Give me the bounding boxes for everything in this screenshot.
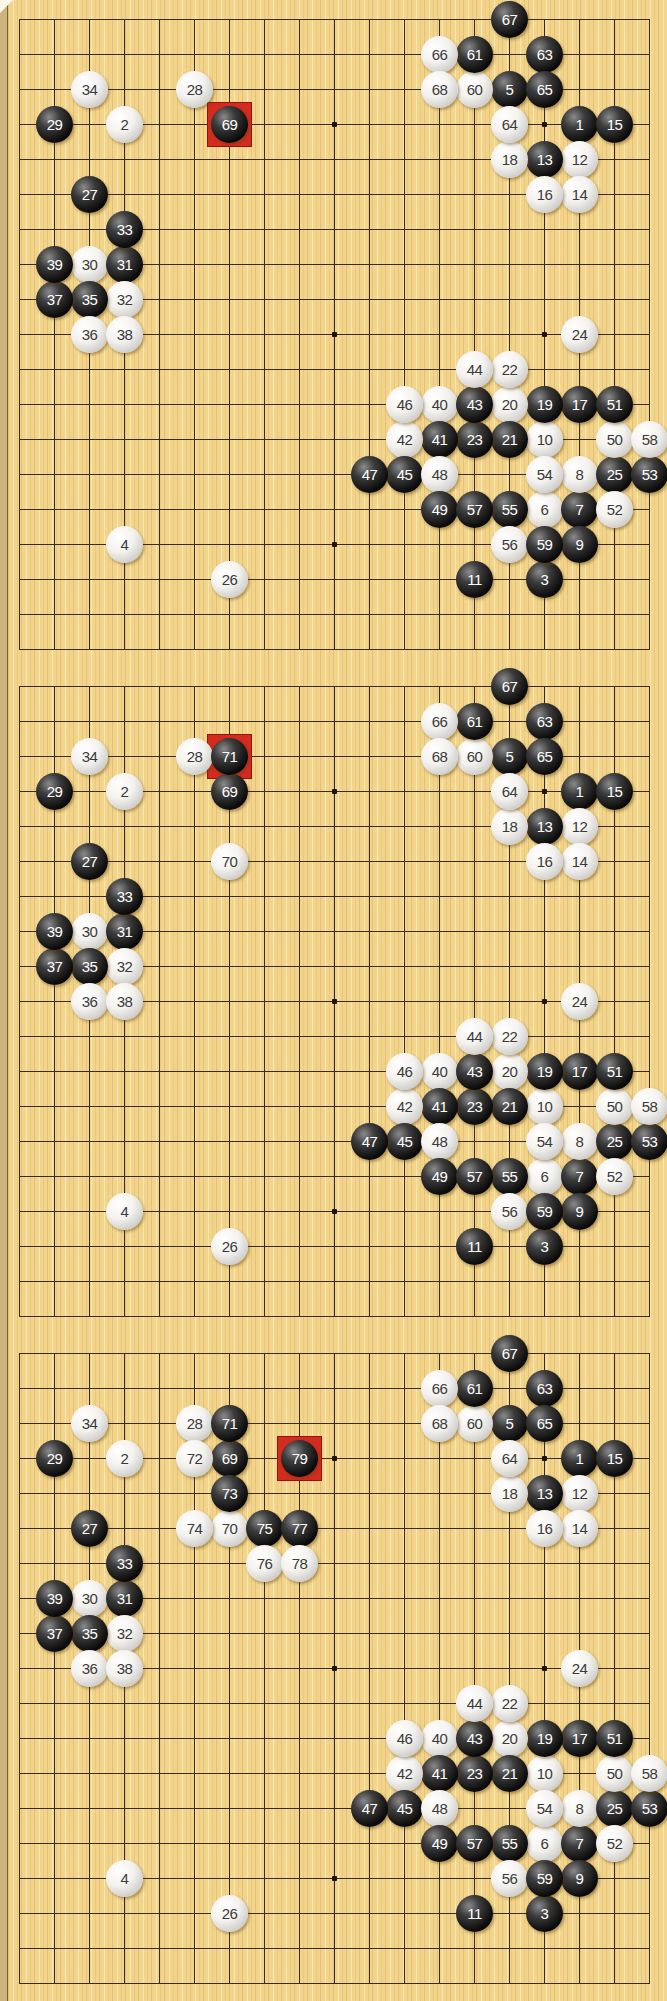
stone-black-53: 53 — [631, 456, 667, 493]
stone-black-33: 33 — [106, 211, 143, 248]
stone-black-39: 39 — [36, 246, 73, 283]
stone-number: 60 — [467, 82, 483, 97]
star-point — [332, 122, 337, 127]
stone-black-45: 45 — [386, 1790, 423, 1827]
stone-number: 36 — [82, 994, 98, 1009]
stone-number: 43 — [467, 397, 483, 412]
stone-number: 15 — [607, 784, 623, 799]
stone-black-65: 65 — [526, 738, 563, 775]
stone-white-26: 26 — [211, 1895, 248, 1932]
stone-number: 53 — [642, 1134, 658, 1149]
stone-number: 9 — [576, 1871, 584, 1886]
stone-black-17: 17 — [561, 1720, 598, 1757]
stone-black-43: 43 — [456, 1053, 493, 1090]
stone-white-30: 30 — [71, 913, 108, 950]
stone-white-68: 68 — [421, 1405, 458, 1442]
stone-number: 39 — [47, 924, 63, 939]
star-point — [542, 999, 547, 1004]
stone-black-31: 31 — [106, 246, 143, 283]
stone-number: 12 — [572, 819, 588, 834]
stone-black-61: 61 — [456, 36, 493, 73]
stone-number: 46 — [397, 397, 413, 412]
stone-number: 27 — [82, 854, 98, 869]
go-grid: 1234567891011121314151617181920212223242… — [2, 2, 667, 667]
stone-black-9: 9 — [561, 526, 598, 563]
stone-white-16: 16 — [526, 843, 563, 880]
stone-black-51: 51 — [596, 1053, 633, 1090]
stone-white-38: 38 — [106, 983, 143, 1020]
stone-number: 46 — [397, 1064, 413, 1079]
stone-number: 63 — [537, 1381, 553, 1396]
stone-white-6: 6 — [526, 491, 563, 528]
stone-white-52: 52 — [596, 1158, 633, 1195]
stone-number: 63 — [537, 714, 553, 729]
stone-black-55: 55 — [491, 1825, 528, 1862]
stone-black-61: 61 — [456, 703, 493, 740]
stone-number: 71 — [222, 1416, 238, 1431]
stone-white-60: 60 — [456, 738, 493, 775]
stone-white-22: 22 — [491, 1685, 528, 1722]
stone-white-42: 42 — [386, 421, 423, 458]
stone-number: 7 — [576, 502, 584, 517]
stone-white-4: 4 — [106, 1193, 143, 1230]
stone-number: 40 — [432, 397, 448, 412]
stone-number: 28 — [187, 749, 203, 764]
stone-number: 17 — [572, 397, 588, 412]
go-grid: 1234567891011121314151617181920212223242… — [2, 1336, 667, 2001]
stone-white-56: 56 — [491, 1860, 528, 1897]
stone-number: 72 — [187, 1451, 203, 1466]
stone-number: 13 — [537, 152, 553, 167]
star-point — [542, 332, 547, 337]
stone-number: 37 — [47, 292, 63, 307]
stone-black-25: 25 — [596, 456, 633, 493]
stone-black-41: 41 — [421, 1088, 458, 1125]
stone-black-57: 57 — [456, 491, 493, 528]
stone-number: 3 — [541, 572, 549, 587]
stone-white-4: 4 — [106, 1860, 143, 1897]
stone-number: 14 — [572, 854, 588, 869]
stone-white-6: 6 — [526, 1825, 563, 1862]
stone-black-3: 3 — [526, 1895, 563, 1932]
stone-number: 47 — [362, 467, 378, 482]
stone-number: 69 — [222, 117, 238, 132]
star-point — [542, 789, 547, 794]
stone-number: 11 — [467, 1239, 482, 1254]
stone-black-43: 43 — [456, 386, 493, 423]
stone-black-9: 9 — [561, 1193, 598, 1230]
go-grid: 1234567891011121314151617181920212223242… — [2, 669, 667, 1334]
stone-white-64: 64 — [491, 1440, 528, 1477]
stone-white-10: 10 — [526, 1088, 563, 1125]
stone-white-64: 64 — [491, 773, 528, 810]
stone-number: 10 — [537, 432, 553, 447]
stone-number: 23 — [467, 1099, 483, 1114]
stone-number: 41 — [432, 1099, 448, 1114]
stone-black-21: 21 — [491, 1755, 528, 1792]
stone-number: 9 — [576, 1204, 584, 1219]
stone-white-2: 2 — [106, 106, 143, 143]
stone-number: 66 — [432, 47, 448, 62]
stone-white-50: 50 — [596, 421, 633, 458]
stone-white-66: 66 — [421, 36, 458, 73]
stone-number: 1 — [576, 1451, 584, 1466]
stone-white-68: 68 — [421, 738, 458, 775]
stone-number: 65 — [537, 82, 553, 97]
stone-number: 22 — [502, 362, 518, 377]
stone-white-56: 56 — [491, 1193, 528, 1230]
stone-number: 20 — [502, 1064, 518, 1079]
stone-white-78: 78 — [281, 1545, 318, 1582]
stone-number: 16 — [537, 854, 553, 869]
stone-number: 75 — [257, 1521, 273, 1536]
stone-number: 25 — [607, 467, 623, 482]
stone-white-32: 32 — [106, 1615, 143, 1652]
stone-number: 1 — [576, 784, 584, 799]
stone-number: 35 — [82, 1626, 98, 1641]
stone-number: 39 — [47, 1591, 63, 1606]
star-point — [542, 122, 547, 127]
stone-black-19: 19 — [526, 386, 563, 423]
stone-black-45: 45 — [386, 1123, 423, 1160]
stone-white-24: 24 — [561, 983, 598, 1020]
stone-white-34: 34 — [71, 71, 108, 108]
go-board-diagram-3: 1234567891011121314151617181920212223242… — [0, 1334, 667, 2001]
stone-number: 3 — [541, 1906, 549, 1921]
stone-white-18: 18 — [491, 141, 528, 178]
stone-black-59: 59 — [526, 1860, 563, 1897]
stone-number: 20 — [502, 397, 518, 412]
stone-black-5: 5 — [491, 738, 528, 775]
stone-number: 33 — [117, 1556, 133, 1571]
stone-number: 61 — [467, 714, 483, 729]
stone-white-72: 72 — [176, 1440, 213, 1477]
stone-black-27: 27 — [71, 1510, 108, 1547]
stone-white-12: 12 — [561, 141, 598, 178]
stone-number: 66 — [432, 714, 448, 729]
stone-black-5: 5 — [491, 1405, 528, 1442]
stone-white-32: 32 — [106, 948, 143, 985]
stone-white-38: 38 — [106, 316, 143, 353]
stone-number: 14 — [572, 187, 588, 202]
stone-white-48: 48 — [421, 1123, 458, 1160]
stone-number: 17 — [572, 1064, 588, 1079]
stone-number: 44 — [467, 362, 483, 377]
stone-number: 29 — [47, 1451, 63, 1466]
stone-number: 56 — [502, 537, 518, 552]
stone-number: 5 — [506, 1416, 514, 1431]
stone-number: 7 — [576, 1169, 584, 1184]
star-point — [542, 1666, 547, 1671]
stone-number: 35 — [82, 959, 98, 974]
stone-black-17: 17 — [561, 386, 598, 423]
stone-number: 51 — [607, 397, 623, 412]
stone-white-30: 30 — [71, 1580, 108, 1617]
stone-number: 42 — [397, 432, 413, 447]
stone-number: 45 — [397, 1801, 413, 1816]
stone-number: 38 — [117, 1661, 133, 1676]
stone-black-25: 25 — [596, 1123, 633, 1160]
stone-number: 57 — [467, 1169, 483, 1184]
stone-white-34: 34 — [71, 738, 108, 775]
stone-black-19: 19 — [526, 1053, 563, 1090]
stone-number: 15 — [607, 1451, 623, 1466]
stone-black-45: 45 — [386, 456, 423, 493]
stone-black-13: 13 — [526, 141, 563, 178]
stone-number: 60 — [467, 749, 483, 764]
stone-number: 68 — [432, 1416, 448, 1431]
stone-number: 52 — [607, 1169, 623, 1184]
stone-white-46: 46 — [386, 1053, 423, 1090]
stone-number: 34 — [82, 1416, 98, 1431]
stone-black-57: 57 — [456, 1825, 493, 1862]
stone-white-10: 10 — [526, 421, 563, 458]
stone-number: 64 — [502, 1451, 518, 1466]
stone-white-8: 8 — [561, 1790, 598, 1827]
stone-number: 49 — [432, 1169, 448, 1184]
stone-white-4: 4 — [106, 526, 143, 563]
stone-number: 32 — [117, 959, 133, 974]
stone-number: 21 — [502, 1099, 518, 1114]
stone-black-73: 73 — [211, 1475, 248, 1512]
stone-black-47: 47 — [351, 1123, 388, 1160]
stone-number: 13 — [537, 819, 553, 834]
stone-number: 30 — [82, 257, 98, 272]
stone-number: 73 — [222, 1486, 238, 1501]
stone-number: 31 — [117, 924, 133, 939]
stone-number: 70 — [222, 1521, 238, 1536]
star-point — [332, 789, 337, 794]
stone-number: 21 — [502, 432, 518, 447]
stone-number: 28 — [187, 82, 203, 97]
stone-number: 43 — [467, 1731, 483, 1746]
stone-number: 67 — [502, 679, 518, 694]
stone-black-27: 27 — [71, 843, 108, 880]
stone-white-44: 44 — [456, 351, 493, 388]
stone-white-14: 14 — [561, 843, 598, 880]
stone-black-47: 47 — [351, 456, 388, 493]
stone-black-63: 63 — [526, 703, 563, 740]
stone-black-29: 29 — [36, 1440, 73, 1477]
stone-number: 20 — [502, 1731, 518, 1746]
stone-number: 71 — [222, 749, 238, 764]
stone-number: 8 — [576, 467, 584, 482]
stone-white-64: 64 — [491, 106, 528, 143]
stone-number: 78 — [292, 1556, 308, 1571]
stone-white-40: 40 — [421, 386, 458, 423]
stone-black-67: 67 — [491, 1335, 528, 1372]
stone-number: 2 — [121, 117, 129, 132]
stone-black-9: 9 — [561, 1860, 598, 1897]
stone-number: 45 — [397, 1134, 413, 1149]
stone-white-50: 50 — [596, 1088, 633, 1125]
stone-black-5: 5 — [491, 71, 528, 108]
stone-number: 77 — [292, 1521, 308, 1536]
stone-number: 42 — [397, 1766, 413, 1781]
stone-number: 27 — [82, 187, 98, 202]
stone-black-65: 65 — [526, 1405, 563, 1442]
stone-white-28: 28 — [176, 738, 213, 775]
stone-black-71: 71 — [211, 1405, 248, 1442]
stone-black-17: 17 — [561, 1053, 598, 1090]
stone-black-75: 75 — [246, 1510, 283, 1547]
stone-number: 61 — [467, 47, 483, 62]
stone-number: 65 — [537, 1416, 553, 1431]
stone-black-61: 61 — [456, 1370, 493, 1407]
stone-number: 16 — [537, 1521, 553, 1536]
stone-white-12: 12 — [561, 1475, 598, 1512]
stone-number: 54 — [537, 467, 553, 482]
stone-number: 33 — [117, 222, 133, 237]
stone-number: 57 — [467, 502, 483, 517]
stone-black-3: 3 — [526, 1228, 563, 1265]
stone-black-15: 15 — [596, 106, 633, 143]
stone-white-16: 16 — [526, 176, 563, 213]
stone-black-59: 59 — [526, 1193, 563, 1230]
stone-black-63: 63 — [526, 36, 563, 73]
stone-number: 29 — [47, 784, 63, 799]
stone-number: 48 — [432, 467, 448, 482]
stone-black-43: 43 — [456, 1720, 493, 1757]
stone-black-67: 67 — [491, 668, 528, 705]
stone-black-77: 77 — [281, 1510, 318, 1547]
stone-number: 56 — [502, 1871, 518, 1886]
stone-number: 35 — [82, 292, 98, 307]
stone-black-49: 49 — [421, 491, 458, 528]
stone-number: 63 — [537, 47, 553, 62]
stone-number: 69 — [222, 784, 238, 799]
stone-white-24: 24 — [561, 316, 598, 353]
stone-white-44: 44 — [456, 1018, 493, 1055]
stone-white-10: 10 — [526, 1755, 563, 1792]
stone-white-2: 2 — [106, 773, 143, 810]
stone-number: 18 — [502, 152, 518, 167]
stone-black-25: 25 — [596, 1790, 633, 1827]
stone-number: 40 — [432, 1731, 448, 1746]
stone-white-42: 42 — [386, 1088, 423, 1125]
stone-white-18: 18 — [491, 1475, 528, 1512]
stone-number: 41 — [432, 432, 448, 447]
stone-number: 70 — [222, 854, 238, 869]
go-kifu-page: { "game": "go", "description": "Three st… — [0, 0, 667, 2001]
stone-number: 67 — [502, 1346, 518, 1361]
stone-white-8: 8 — [561, 1123, 598, 1160]
stone-black-1: 1 — [561, 106, 598, 143]
stone-black-53: 53 — [631, 1790, 667, 1827]
stone-black-55: 55 — [491, 491, 528, 528]
stone-number: 19 — [537, 1731, 553, 1746]
stone-number: 26 — [222, 1906, 238, 1921]
stone-number: 54 — [537, 1134, 553, 1149]
stone-white-76: 76 — [246, 1545, 283, 1582]
stone-number: 55 — [502, 502, 518, 517]
stone-black-35: 35 — [71, 1615, 108, 1652]
stone-black-71: 71 — [211, 738, 248, 775]
stone-black-23: 23 — [456, 1088, 493, 1125]
stone-white-58: 58 — [631, 1088, 667, 1125]
stone-number: 4 — [121, 1204, 129, 1219]
stone-black-31: 31 — [106, 1580, 143, 1617]
stone-black-3: 3 — [526, 561, 563, 598]
stone-number: 38 — [117, 994, 133, 1009]
stone-black-41: 41 — [421, 1755, 458, 1792]
stone-white-48: 48 — [421, 1790, 458, 1827]
stone-white-52: 52 — [596, 491, 633, 528]
stone-number: 19 — [537, 1064, 553, 1079]
stone-number: 34 — [82, 82, 98, 97]
stone-number: 57 — [467, 1836, 483, 1851]
stone-number: 12 — [572, 1486, 588, 1501]
stone-white-54: 54 — [526, 456, 563, 493]
stone-black-11: 11 — [456, 1228, 493, 1265]
stone-number: 41 — [432, 1766, 448, 1781]
stone-number: 21 — [502, 1766, 518, 1781]
stone-number: 22 — [502, 1029, 518, 1044]
stone-white-54: 54 — [526, 1123, 563, 1160]
stone-number: 53 — [642, 1801, 658, 1816]
stone-black-11: 11 — [456, 1895, 493, 1932]
stone-number: 49 — [432, 1836, 448, 1851]
stone-black-49: 49 — [421, 1825, 458, 1862]
stone-white-56: 56 — [491, 526, 528, 563]
stone-number: 48 — [432, 1801, 448, 1816]
stone-white-74: 74 — [176, 1510, 213, 1547]
stone-black-33: 33 — [106, 1545, 143, 1582]
stone-white-46: 46 — [386, 1720, 423, 1757]
stone-number: 50 — [607, 1766, 623, 1781]
stone-black-69: 69 — [211, 1440, 248, 1477]
stone-number: 58 — [642, 432, 658, 447]
stone-number: 1 — [576, 117, 584, 132]
page-left-edge-strip — [0, 0, 8, 2001]
stone-number: 39 — [47, 257, 63, 272]
stone-black-57: 57 — [456, 1158, 493, 1195]
stone-white-70: 70 — [211, 843, 248, 880]
stone-number: 55 — [502, 1836, 518, 1851]
stone-number: 46 — [397, 1731, 413, 1746]
stone-number: 45 — [397, 467, 413, 482]
stone-white-68: 68 — [421, 71, 458, 108]
stone-white-38: 38 — [106, 1650, 143, 1687]
stone-number: 33 — [117, 889, 133, 904]
stone-white-26: 26 — [211, 1228, 248, 1265]
stone-number: 50 — [607, 432, 623, 447]
stone-number: 61 — [467, 1381, 483, 1396]
stone-white-16: 16 — [526, 1510, 563, 1547]
stone-number: 15 — [607, 117, 623, 132]
stone-black-7: 7 — [561, 1825, 598, 1862]
stone-number: 48 — [432, 1134, 448, 1149]
stone-number: 5 — [506, 82, 514, 97]
stone-number: 58 — [642, 1099, 658, 1114]
stone-number: 68 — [432, 749, 448, 764]
stone-black-49: 49 — [421, 1158, 458, 1195]
stone-white-60: 60 — [456, 1405, 493, 1442]
stone-black-13: 13 — [526, 1475, 563, 1512]
stone-black-69: 69 — [211, 106, 248, 143]
stone-number: 10 — [537, 1099, 553, 1114]
stone-white-44: 44 — [456, 1685, 493, 1722]
stone-white-32: 32 — [106, 281, 143, 318]
stone-number: 2 — [121, 1451, 129, 1466]
stone-number: 30 — [82, 1591, 98, 1606]
stone-number: 67 — [502, 12, 518, 27]
stone-black-15: 15 — [596, 1440, 633, 1477]
stone-number: 6 — [541, 502, 549, 517]
star-point — [332, 332, 337, 337]
stone-number: 5 — [506, 749, 514, 764]
go-board-diagram-1: 1234567891011121314151617181920212223242… — [0, 0, 667, 667]
